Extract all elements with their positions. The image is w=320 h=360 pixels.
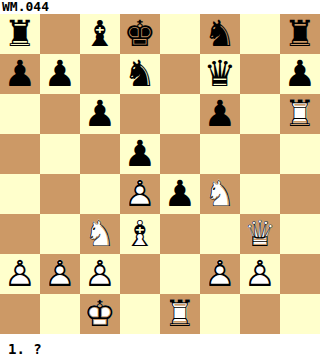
piece-white-pawn: ♟♙ <box>0 254 40 294</box>
square-d3[interactable]: ♝♗ <box>120 214 160 254</box>
square-e1[interactable]: ♜♖ <box>160 294 200 334</box>
square-b4[interactable] <box>40 174 80 214</box>
square-c5[interactable] <box>80 134 120 174</box>
square-h3[interactable] <box>280 214 320 254</box>
square-g8[interactable] <box>240 14 280 54</box>
square-b6[interactable] <box>40 94 80 134</box>
square-d5[interactable]: ♟ <box>120 134 160 174</box>
square-d2[interactable] <box>120 254 160 294</box>
piece-black-pawn: ♟ <box>80 94 120 134</box>
piece-glyph-outline: ♘ <box>200 174 240 214</box>
square-a8[interactable]: ♜ <box>0 14 40 54</box>
square-f1[interactable] <box>200 294 240 334</box>
square-e2[interactable] <box>160 254 200 294</box>
piece-white-king: ♚♔ <box>80 294 120 334</box>
piece-glyph-fill: ♚ <box>120 14 160 54</box>
piece-black-pawn: ♟ <box>120 134 160 174</box>
square-h5[interactable] <box>280 134 320 174</box>
square-b3[interactable] <box>40 214 80 254</box>
square-c6[interactable]: ♟ <box>80 94 120 134</box>
square-d7[interactable]: ♞ <box>120 54 160 94</box>
square-g2[interactable]: ♟♙ <box>240 254 280 294</box>
piece-black-rook: ♜ <box>0 14 40 54</box>
piece-black-queen: ♛ <box>200 54 240 94</box>
square-b2[interactable]: ♟♙ <box>40 254 80 294</box>
piece-glyph-outline: ♙ <box>200 254 240 294</box>
piece-black-knight: ♞ <box>120 54 160 94</box>
square-g6[interactable] <box>240 94 280 134</box>
square-c4[interactable] <box>80 174 120 214</box>
square-b7[interactable]: ♟ <box>40 54 80 94</box>
square-g3[interactable]: ♛♕ <box>240 214 280 254</box>
piece-glyph-fill: ♜ <box>0 14 40 54</box>
square-g5[interactable] <box>240 134 280 174</box>
square-f8[interactable]: ♞ <box>200 14 240 54</box>
piece-glyph-fill: ♝ <box>80 14 120 54</box>
square-d6[interactable] <box>120 94 160 134</box>
piece-white-queen: ♛♕ <box>240 214 280 254</box>
square-b5[interactable] <box>40 134 80 174</box>
square-a3[interactable] <box>0 214 40 254</box>
piece-glyph-fill: ♛ <box>200 54 240 94</box>
chess-puzzle-window: WM.044 ♜♝♚♞♜♟♟♞♛♟♟♟♜♖♟♟♙♟♞♘♞♘♝♗♛♕♟♙♟♙♟♙♟… <box>0 0 320 360</box>
square-f4[interactable]: ♞♘ <box>200 174 240 214</box>
square-b8[interactable] <box>40 14 80 54</box>
square-h7[interactable]: ♟ <box>280 54 320 94</box>
square-h4[interactable] <box>280 174 320 214</box>
piece-white-rook: ♜♖ <box>160 294 200 334</box>
square-d1[interactable] <box>120 294 160 334</box>
piece-black-knight: ♞ <box>200 14 240 54</box>
chess-board: ♜♝♚♞♜♟♟♞♛♟♟♟♜♖♟♟♙♟♞♘♞♘♝♗♛♕♟♙♟♙♟♙♟♙♟♙♚♔♜♖ <box>0 14 320 334</box>
square-h8[interactable]: ♜ <box>280 14 320 54</box>
piece-glyph-outline: ♙ <box>80 254 120 294</box>
piece-glyph-outline: ♙ <box>0 254 40 294</box>
piece-black-pawn: ♟ <box>200 94 240 134</box>
square-e3[interactable] <box>160 214 200 254</box>
piece-glyph-outline: ♙ <box>120 174 160 214</box>
piece-glyph-fill: ♟ <box>0 54 40 94</box>
piece-white-knight: ♞♘ <box>200 174 240 214</box>
piece-glyph-fill: ♜ <box>280 14 320 54</box>
piece-glyph-fill: ♟ <box>40 54 80 94</box>
puzzle-id: WM.044 <box>0 0 320 14</box>
piece-glyph-fill: ♟ <box>120 134 160 174</box>
piece-white-pawn: ♟♙ <box>240 254 280 294</box>
piece-glyph-outline: ♘ <box>80 214 120 254</box>
piece-glyph-outline: ♙ <box>240 254 280 294</box>
piece-glyph-fill: ♟ <box>80 94 120 134</box>
square-h6[interactable]: ♜♖ <box>280 94 320 134</box>
square-h2[interactable] <box>280 254 320 294</box>
piece-white-pawn: ♟♙ <box>80 254 120 294</box>
piece-black-king: ♚ <box>120 14 160 54</box>
square-f2[interactable]: ♟♙ <box>200 254 240 294</box>
square-f5[interactable] <box>200 134 240 174</box>
piece-black-bishop: ♝ <box>80 14 120 54</box>
square-c7[interactable] <box>80 54 120 94</box>
move-prompt: 1. ? <box>0 334 320 357</box>
piece-black-rook: ♜ <box>280 14 320 54</box>
piece-black-pawn: ♟ <box>40 54 80 94</box>
piece-black-pawn: ♟ <box>280 54 320 94</box>
square-c8[interactable]: ♝ <box>80 14 120 54</box>
piece-white-bishop: ♝♗ <box>120 214 160 254</box>
square-c3[interactable]: ♞♘ <box>80 214 120 254</box>
piece-glyph-outline: ♕ <box>240 214 280 254</box>
square-a5[interactable] <box>0 134 40 174</box>
piece-black-pawn: ♟ <box>160 174 200 214</box>
square-b1[interactable] <box>40 294 80 334</box>
square-g1[interactable] <box>240 294 280 334</box>
piece-glyph-fill: ♟ <box>200 94 240 134</box>
piece-white-pawn: ♟♙ <box>200 254 240 294</box>
piece-glyph-outline: ♗ <box>120 214 160 254</box>
piece-glyph-outline: ♔ <box>80 294 120 334</box>
square-g7[interactable] <box>240 54 280 94</box>
square-g4[interactable] <box>240 174 280 214</box>
piece-glyph-fill: ♟ <box>280 54 320 94</box>
piece-glyph-fill: ♟ <box>160 174 200 214</box>
square-h1[interactable] <box>280 294 320 334</box>
square-f6[interactable]: ♟ <box>200 94 240 134</box>
piece-white-pawn: ♟♙ <box>40 254 80 294</box>
square-d4[interactable]: ♟♙ <box>120 174 160 214</box>
square-e4[interactable]: ♟ <box>160 174 200 214</box>
square-f3[interactable] <box>200 214 240 254</box>
square-e7[interactable] <box>160 54 200 94</box>
piece-white-rook: ♜♖ <box>280 94 320 134</box>
square-a6[interactable] <box>0 94 40 134</box>
square-a1[interactable] <box>0 294 40 334</box>
square-d8[interactable]: ♚ <box>120 14 160 54</box>
square-c1[interactable]: ♚♔ <box>80 294 120 334</box>
piece-glyph-outline: ♖ <box>160 294 200 334</box>
square-e5[interactable] <box>160 134 200 174</box>
square-e6[interactable] <box>160 94 200 134</box>
square-a4[interactable] <box>0 174 40 214</box>
piece-black-pawn: ♟ <box>0 54 40 94</box>
square-f7[interactable]: ♛ <box>200 54 240 94</box>
square-e8[interactable] <box>160 14 200 54</box>
piece-glyph-outline: ♙ <box>40 254 80 294</box>
square-c2[interactable]: ♟♙ <box>80 254 120 294</box>
piece-glyph-fill: ♞ <box>200 14 240 54</box>
piece-glyph-fill: ♞ <box>120 54 160 94</box>
piece-glyph-outline: ♖ <box>280 94 320 134</box>
square-a7[interactable]: ♟ <box>0 54 40 94</box>
piece-white-knight: ♞♘ <box>80 214 120 254</box>
piece-white-pawn: ♟♙ <box>120 174 160 214</box>
square-a2[interactable]: ♟♙ <box>0 254 40 294</box>
